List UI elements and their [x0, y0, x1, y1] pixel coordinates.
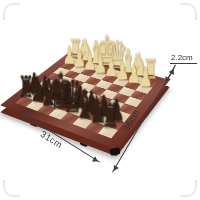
- photo-frame-corner: [180, 3, 197, 20]
- product-photo: ♜♞♝♚♛♝♞♜♟♟♟♟♟♟♟♟♟♟♟♟♟♟♟♟♜♞♝♚♛♝♞♜ 31cm 36…: [0, 0, 200, 200]
- board-clasp: [109, 147, 120, 156]
- photo-frame-corner: [3, 3, 20, 20]
- chessboard: ♜♞♝♚♛♝♞♜♟♟♟♟♟♟♟♟♟♟♟♟♟♟♟♟♜♞♝♚♛♝♞♜: [0, 52, 170, 150]
- photo-frame-corner: [180, 180, 197, 197]
- photo-frame-corner: [3, 180, 20, 197]
- dimension-label-height: 2.2cm: [171, 53, 193, 62]
